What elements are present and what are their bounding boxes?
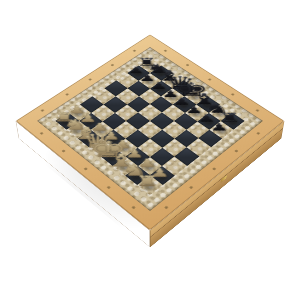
frame-pin-icon: [231, 93, 235, 96]
frame-pin-icon: [106, 186, 111, 190]
frame-pin-icon: [234, 149, 238, 152]
photo-scene: ♜♞♝♛♚♝♞♜♟♟♟♟♟♟♟♟♟♟♟♟♟♟♟♟♜♞♝♛♚♝♞♜: [0, 0, 300, 300]
frame-pin-icon: [110, 64, 114, 67]
frame-pin-icon: [39, 132, 43, 135]
frame-pin-icon: [256, 132, 260, 135]
frame-pin-icon: [83, 167, 87, 170]
frame-pin-icon: [186, 64, 190, 67]
frame-pin-icon: [164, 206, 169, 210]
frame-pin-icon: [255, 109, 259, 112]
pieces-layer: ♜♞♝♛♚♝♞♜♟♟♟♟♟♟♟♟♟♟♟♟♟♟♟♟♜♞♝♛♚♝♞♜: [150, 34, 284, 121]
frame-pin-icon: [88, 78, 92, 81]
frame-pin-icon: [65, 93, 69, 96]
frame-pin-icon: [164, 49, 168, 52]
frame-pin-icon: [131, 206, 136, 210]
board-top-face: ♜♞♝♛♚♝♞♜♟♟♟♟♟♟♟♟♟♟♟♟♟♟♟♟♜♞♝♛♚♝♞♜: [16, 34, 285, 230]
frame-pin-icon: [61, 149, 65, 152]
brass-latch-icon: [221, 175, 227, 183]
frame-pin-icon: [133, 49, 137, 52]
frame-pin-icon: [189, 186, 194, 190]
chessboard: ♜♞♝♛♚♝♞♜♟♟♟♟♟♟♟♟♟♟♟♟♟♟♟♟♜♞♝♛♚♝♞♜: [16, 34, 285, 230]
frame-pin-icon: [212, 167, 216, 170]
